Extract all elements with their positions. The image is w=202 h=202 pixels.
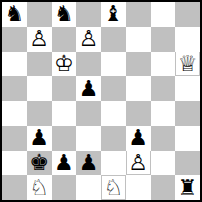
square-e8[interactable]: ♝: [101, 2, 126, 27]
square-c2[interactable]: ♟: [52, 151, 77, 176]
square-g4[interactable]: [151, 101, 176, 126]
white-knight-icon[interactable]: ♘: [28, 176, 51, 199]
square-g8[interactable]: [151, 2, 176, 27]
square-a4[interactable]: [2, 101, 27, 126]
square-a7[interactable]: [2, 27, 27, 52]
square-d5[interactable]: ♟: [76, 76, 101, 101]
square-a5[interactable]: [2, 76, 27, 101]
square-d8[interactable]: [76, 2, 101, 27]
white-knight-icon[interactable]: ♘: [102, 176, 125, 199]
square-h8[interactable]: [175, 2, 200, 27]
square-f6[interactable]: [126, 52, 151, 77]
square-g2[interactable]: [151, 151, 176, 176]
square-h6[interactable]: ♕: [175, 52, 200, 77]
white-pawn-icon[interactable]: ♙: [28, 28, 51, 51]
square-e6[interactable]: [101, 52, 126, 77]
square-b5[interactable]: [27, 76, 52, 101]
square-e3[interactable]: [101, 126, 126, 151]
black-pawn-icon[interactable]: ♟: [127, 127, 150, 150]
white-pawn-icon[interactable]: ♙: [127, 151, 150, 174]
square-d6[interactable]: [76, 52, 101, 77]
square-e5[interactable]: [101, 76, 126, 101]
square-a3[interactable]: [2, 126, 27, 151]
square-g7[interactable]: [151, 27, 176, 52]
square-h3[interactable]: [175, 126, 200, 151]
square-b2[interactable]: ♚: [27, 151, 52, 176]
square-b3[interactable]: ♟: [27, 126, 52, 151]
square-c6[interactable]: ♔: [52, 52, 77, 77]
chess-board: ♞♞♝♙♙♔♕♟♟♟♚♟♟♙♘♘♜: [0, 0, 202, 202]
square-f2[interactable]: ♙: [126, 151, 151, 176]
square-e2[interactable]: [101, 151, 126, 176]
square-c5[interactable]: [52, 76, 77, 101]
square-a1[interactable]: [2, 175, 27, 200]
square-d1[interactable]: [76, 175, 101, 200]
square-c8[interactable]: ♞: [52, 2, 77, 27]
square-f3[interactable]: ♟: [126, 126, 151, 151]
square-h1[interactable]: ♜: [175, 175, 200, 200]
black-pawn-icon[interactable]: ♟: [28, 127, 51, 150]
square-d4[interactable]: [76, 101, 101, 126]
black-rook-icon[interactable]: ♜: [176, 176, 199, 199]
square-f1[interactable]: [126, 175, 151, 200]
square-c3[interactable]: [52, 126, 77, 151]
square-c4[interactable]: [52, 101, 77, 126]
square-c7[interactable]: [52, 27, 77, 52]
square-b1[interactable]: ♘: [27, 175, 52, 200]
square-a6[interactable]: [2, 52, 27, 77]
square-b8[interactable]: [27, 2, 52, 27]
square-g1[interactable]: [151, 175, 176, 200]
square-d7[interactable]: ♙: [76, 27, 101, 52]
black-king-icon[interactable]: ♚: [28, 151, 51, 174]
white-king-icon[interactable]: ♔: [52, 52, 75, 75]
square-e1[interactable]: ♘: [101, 175, 126, 200]
square-f7[interactable]: [126, 27, 151, 52]
chess-diagram: ♞♞♝♙♙♔♕♟♟♟♚♟♟♙♘♘♜: [0, 0, 202, 202]
square-b7[interactable]: ♙: [27, 27, 52, 52]
square-f8[interactable]: [126, 2, 151, 27]
white-pawn-icon[interactable]: ♙: [77, 28, 100, 51]
square-d2[interactable]: ♟: [76, 151, 101, 176]
square-h2[interactable]: [175, 151, 200, 176]
square-f4[interactable]: [126, 101, 151, 126]
black-knight-icon[interactable]: ♞: [3, 3, 26, 26]
square-b4[interactable]: [27, 101, 52, 126]
black-knight-icon[interactable]: ♞: [52, 3, 75, 26]
square-a8[interactable]: ♞: [2, 2, 27, 27]
square-h5[interactable]: [175, 76, 200, 101]
square-b6[interactable]: [27, 52, 52, 77]
square-f5[interactable]: [126, 76, 151, 101]
black-pawn-icon[interactable]: ♟: [77, 77, 100, 100]
black-pawn-icon[interactable]: ♟: [77, 151, 100, 174]
black-bishop-icon[interactable]: ♝: [102, 3, 125, 26]
square-h7[interactable]: [175, 27, 200, 52]
black-pawn-icon[interactable]: ♟: [52, 151, 75, 174]
square-c1[interactable]: [52, 175, 77, 200]
square-g6[interactable]: [151, 52, 176, 77]
square-g3[interactable]: [151, 126, 176, 151]
white-queen-icon[interactable]: ♕: [176, 52, 199, 75]
square-a2[interactable]: [2, 151, 27, 176]
square-e7[interactable]: [101, 27, 126, 52]
square-d3[interactable]: [76, 126, 101, 151]
square-e4[interactable]: [101, 101, 126, 126]
square-g5[interactable]: [151, 76, 176, 101]
square-h4[interactable]: [175, 101, 200, 126]
